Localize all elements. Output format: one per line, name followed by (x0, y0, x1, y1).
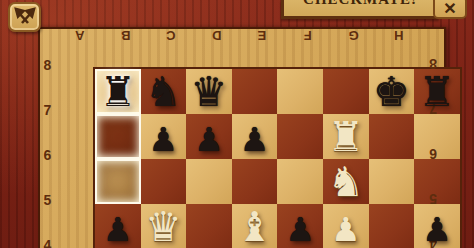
file-label-a: A (57, 29, 103, 42)
piece-white-knight-f6[interactable]: ♞ (327, 162, 364, 203)
square-c6[interactable] (186, 159, 232, 204)
file-label-b: B (103, 29, 149, 42)
chess-app-screen: CHECKMATE! ✕ ABCDEFGH 87654 87654 ♜♞♛♚♜♟… (0, 0, 474, 248)
square-b6[interactable] (141, 159, 187, 204)
square-f8[interactable] (323, 69, 369, 114)
square-c8[interactable]: ♛ (186, 69, 232, 114)
rank-label-left-4: 4 (40, 222, 55, 248)
rank-label-left-6: 6 (40, 132, 55, 177)
square-a7[interactable] (95, 114, 141, 159)
square-g6[interactable] (369, 159, 415, 204)
square-b7[interactable]: ♟ (141, 114, 187, 159)
fullscreen-button[interactable] (8, 2, 41, 32)
rank-label-left-8: 8 (40, 42, 55, 87)
rank-label-right-6: 6 (422, 132, 444, 177)
square-h5[interactable]: ♟ (414, 204, 460, 248)
file-label-g: G (331, 29, 377, 42)
square-a8[interactable]: ♜ (95, 69, 141, 114)
piece-white-bishop-d5[interactable]: ♝ (236, 207, 273, 248)
square-d7[interactable]: ♟ (232, 114, 278, 159)
square-c5[interactable] (186, 204, 232, 248)
piece-black-rook-h8[interactable]: ♜ (419, 72, 456, 113)
square-f5[interactable]: ♟ (323, 204, 369, 248)
square-c7[interactable]: ♟ (186, 114, 232, 159)
square-g7[interactable] (369, 114, 415, 159)
status-banner-text: CHECKMATE! (284, 0, 436, 8)
file-label-c: C (148, 29, 194, 42)
square-e5[interactable]: ♟ (277, 204, 323, 248)
square-f7[interactable]: ♜ (323, 114, 369, 159)
file-label-e: E (239, 29, 285, 42)
rank-label-left-7: 7 (40, 87, 55, 132)
square-d6[interactable] (232, 159, 278, 204)
close-icon: ✕ (443, 0, 456, 17)
square-b8[interactable]: ♞ (141, 69, 187, 114)
piece-white-queen-b5[interactable]: ♛ (145, 207, 182, 248)
piece-white-rook-f7[interactable]: ♜ (327, 117, 364, 158)
piece-black-pawn-c7[interactable]: ♟ (194, 123, 224, 156)
square-h8[interactable]: ♜ (414, 69, 460, 114)
file-label-f: F (285, 29, 331, 42)
square-g8[interactable]: ♚ (369, 69, 415, 114)
piece-white-pawn-f5[interactable]: ♟ (331, 213, 361, 246)
square-g5[interactable] (369, 204, 415, 248)
square-b5[interactable]: ♛ (141, 204, 187, 248)
chess-board: ♜♞♛♚♜♟♟♟♜♞♟♛♝♟♟♟♟ (95, 69, 460, 248)
piece-black-pawn-b7[interactable]: ♟ (149, 123, 179, 156)
piece-black-queen-c8[interactable]: ♛ (191, 72, 228, 113)
rank-label-left-5: 5 (40, 177, 55, 222)
status-banner: CHECKMATE! (281, 0, 439, 19)
piece-black-pawn-e5[interactable]: ♟ (285, 213, 315, 246)
square-f6[interactable]: ♞ (323, 159, 369, 204)
square-d5[interactable]: ♝ (232, 204, 278, 248)
file-label-h: H (376, 29, 422, 42)
close-button[interactable]: ✕ (433, 0, 467, 19)
square-d8[interactable] (232, 69, 278, 114)
square-e8[interactable] (277, 69, 323, 114)
piece-black-rook-a8[interactable]: ♜ (99, 72, 136, 113)
square-a5[interactable]: ♟ (95, 204, 141, 248)
piece-black-knight-b8[interactable]: ♞ (145, 72, 182, 113)
piece-black-pawn-a5[interactable]: ♟ (103, 213, 133, 246)
piece-black-king-g8[interactable]: ♚ (373, 72, 410, 113)
piece-black-pawn-h5[interactable]: ♟ (422, 213, 452, 246)
file-label-d: D (194, 29, 240, 42)
square-e7[interactable] (277, 114, 323, 159)
piece-black-pawn-d7[interactable]: ♟ (240, 123, 270, 156)
square-a6[interactable] (95, 159, 141, 204)
diagonal-arrows-icon (14, 7, 36, 27)
board-frame: ABCDEFGH 87654 87654 ♜♞♛♚♜♟♟♟♜♞♟♛♝♟♟♟♟ (38, 27, 446, 248)
square-e6[interactable] (277, 159, 323, 204)
